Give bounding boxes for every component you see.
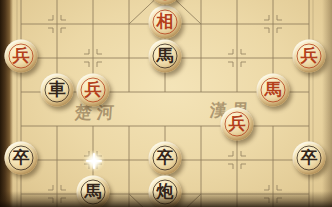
piece-red-soldier-a[interactable]: 兵 bbox=[5, 40, 38, 73]
piece-glyph: 卒 bbox=[301, 149, 318, 166]
piece-black-soldier-i[interactable]: 卒 bbox=[293, 142, 326, 175]
piece-red-soldier-i[interactable]: 兵 bbox=[293, 40, 326, 73]
piece-glyph: 馬 bbox=[85, 183, 102, 200]
piece-black-horse-c[interactable]: 馬 bbox=[77, 176, 110, 207]
piece-black-horse-e[interactable]: 馬 bbox=[149, 40, 182, 73]
piece-black-cannon[interactable]: 炮 bbox=[149, 176, 182, 207]
piece-glyph: 車 bbox=[49, 81, 66, 98]
piece-glyph: 兵 bbox=[229, 115, 246, 132]
piece-glyph: 馬 bbox=[265, 81, 282, 98]
piece-glyph: 馬 bbox=[157, 47, 174, 64]
piece-glyph: 兵 bbox=[301, 47, 318, 64]
piece-glyph: 兵 bbox=[13, 47, 30, 64]
piece-glyph: 炮 bbox=[157, 183, 174, 200]
piece-red-horse[interactable]: 馬 bbox=[257, 74, 290, 107]
piece-black-soldier-e[interactable]: 卒 bbox=[149, 142, 182, 175]
pieces-layer: 相兵馬兵車兵馬兵卒卒卒馬炮 bbox=[0, 0, 332, 207]
piece-black-soldier-a[interactable]: 卒 bbox=[5, 142, 38, 175]
piece-glyph: 卒 bbox=[13, 149, 30, 166]
piece-red-elephant[interactable]: 相 bbox=[149, 6, 182, 39]
xiangqi-board: 楚河 漢界 相兵馬兵車兵馬兵卒卒卒馬炮 bbox=[0, 0, 332, 207]
piece-black-chariot[interactable]: 車 bbox=[41, 74, 74, 107]
piece-glyph: 相 bbox=[157, 13, 174, 30]
piece-red-soldier-c[interactable]: 兵 bbox=[77, 74, 110, 107]
piece-red-soldier-g[interactable]: 兵 bbox=[221, 108, 254, 141]
piece-glyph: 卒 bbox=[157, 149, 174, 166]
piece-partial-offscreen[interactable] bbox=[149, 0, 182, 5]
piece-glyph: 兵 bbox=[85, 81, 102, 98]
